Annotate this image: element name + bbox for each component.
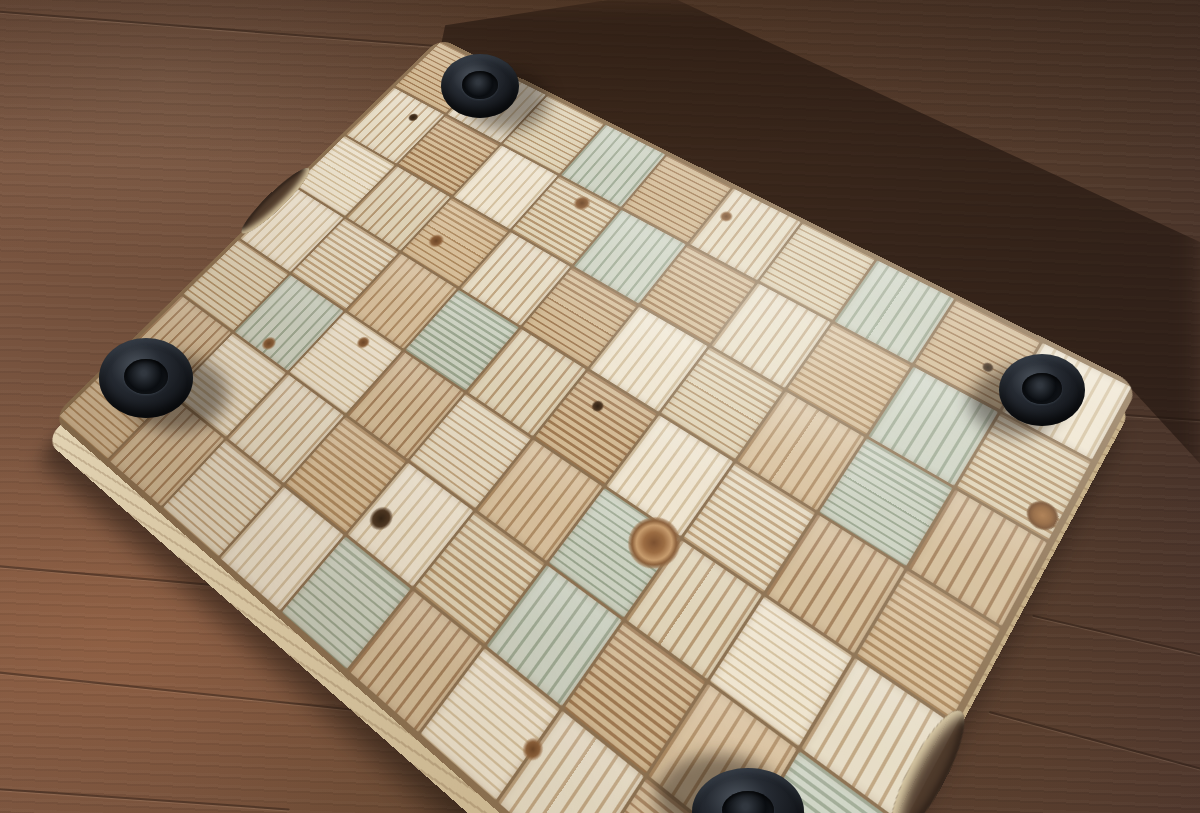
rubber-foot	[441, 54, 519, 118]
floor-plank-seam	[0, 788, 290, 811]
photo-scene	[0, 0, 1200, 813]
floor-plank-seam	[989, 711, 1200, 775]
floor-plank-seam	[1032, 615, 1200, 660]
floor-plank-seam	[0, 9, 459, 49]
rubber-foot	[99, 338, 193, 418]
rubber-foot	[999, 354, 1085, 426]
